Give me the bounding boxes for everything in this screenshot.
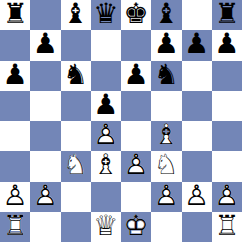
chess-board[interactable]: ♜♝♛♚♝♜♟♟♟♟♟♞♟♞♟♟♙♝♗♞♘♝♗♟♙♞♘♟♙♟♙♟♙♟♙♟♙♜♖♛…	[0, 0, 242, 242]
square-c8[interactable]: ♝	[61, 0, 91, 30]
square-e1[interactable]: ♚♔	[121, 212, 151, 242]
piece-white-pawn-outline-icon: ♙	[214, 182, 239, 210]
piece-white-pawn-icon[interactable]: ♟	[184, 182, 209, 210]
square-b3[interactable]	[30, 151, 60, 181]
piece-black-king-icon[interactable]: ♚	[124, 0, 149, 28]
square-a2[interactable]: ♟♙	[0, 182, 30, 212]
piece-white-pawn-icon[interactable]: ♟	[33, 182, 58, 210]
piece-black-rook-icon[interactable]: ♜	[214, 0, 239, 28]
piece-white-rook-icon[interactable]: ♜	[3, 212, 28, 240]
square-h2[interactable]: ♟♙	[212, 182, 242, 212]
square-g8[interactable]	[182, 0, 212, 30]
square-d1[interactable]: ♛♕	[91, 212, 121, 242]
square-a6[interactable]: ♟	[0, 61, 30, 91]
square-d3[interactable]: ♝♗	[91, 151, 121, 181]
piece-white-pawn-icon[interactable]: ♟	[3, 182, 28, 210]
square-c6[interactable]: ♞	[61, 61, 91, 91]
square-e4[interactable]	[121, 121, 151, 151]
square-a1[interactable]: ♜♖	[0, 212, 30, 242]
square-e3[interactable]: ♟♙	[121, 151, 151, 181]
piece-black-bishop-icon[interactable]: ♝	[154, 0, 179, 28]
square-b6[interactable]	[30, 61, 60, 91]
square-h1[interactable]: ♜♖	[212, 212, 242, 242]
piece-black-pawn-icon[interactable]: ♟	[93, 91, 118, 119]
piece-black-queen-icon[interactable]: ♛	[93, 0, 118, 28]
piece-white-pawn-icon[interactable]: ♟	[154, 182, 179, 210]
piece-white-knight-outline-icon: ♘	[154, 151, 179, 179]
piece-white-bishop-icon[interactable]: ♝	[154, 121, 179, 149]
piece-white-queen-icon[interactable]: ♛	[93, 212, 118, 240]
piece-white-pawn-outline-icon: ♙	[33, 182, 58, 210]
piece-white-king-icon[interactable]: ♚	[124, 212, 149, 240]
piece-black-pawn-icon[interactable]: ♟	[124, 61, 149, 89]
square-c2[interactable]	[61, 182, 91, 212]
square-d6[interactable]	[91, 61, 121, 91]
piece-white-rook-outline-icon: ♖	[3, 212, 28, 240]
square-h6[interactable]	[212, 61, 242, 91]
piece-white-pawn-outline-icon: ♙	[154, 182, 179, 210]
square-f5[interactable]	[151, 91, 181, 121]
piece-white-pawn-outline-icon: ♙	[184, 182, 209, 210]
square-e5[interactable]	[121, 91, 151, 121]
square-h4[interactable]	[212, 121, 242, 151]
square-c3[interactable]: ♞♘	[61, 151, 91, 181]
square-a3[interactable]	[0, 151, 30, 181]
piece-white-knight-icon[interactable]: ♞	[63, 151, 88, 179]
square-e6[interactable]: ♟	[121, 61, 151, 91]
square-g6[interactable]	[182, 61, 212, 91]
square-b7[interactable]: ♟	[30, 30, 60, 60]
square-h3[interactable]	[212, 151, 242, 181]
piece-white-pawn-icon[interactable]: ♟	[124, 151, 149, 179]
square-a8[interactable]: ♜	[0, 0, 30, 30]
piece-white-pawn-icon[interactable]: ♟	[214, 182, 239, 210]
piece-white-queen-outline-icon: ♕	[93, 212, 118, 240]
piece-black-pawn-icon[interactable]: ♟	[33, 30, 58, 58]
square-g1[interactable]	[182, 212, 212, 242]
square-g2[interactable]: ♟♙	[182, 182, 212, 212]
piece-black-knight-icon[interactable]: ♞	[154, 61, 179, 89]
chess-board-window: ♜♝♛♚♝♜♟♟♟♟♟♞♟♞♟♟♙♝♗♞♘♝♗♟♙♞♘♟♙♟♙♟♙♟♙♟♙♜♖♛…	[0, 0, 242, 242]
square-c4[interactable]	[61, 121, 91, 151]
square-h7[interactable]: ♟	[212, 30, 242, 60]
square-a7[interactable]	[0, 30, 30, 60]
square-a5[interactable]	[0, 91, 30, 121]
square-b8[interactable]	[30, 0, 60, 30]
square-d7[interactable]	[91, 30, 121, 60]
piece-white-bishop-icon[interactable]: ♝	[93, 151, 118, 179]
piece-white-knight-outline-icon: ♘	[63, 151, 88, 179]
square-h5[interactable]	[212, 91, 242, 121]
square-d5[interactable]: ♟	[91, 91, 121, 121]
square-a4[interactable]	[0, 121, 30, 151]
square-b4[interactable]	[30, 121, 60, 151]
piece-white-pawn-icon[interactable]: ♟	[93, 121, 118, 149]
square-f7[interactable]: ♟	[151, 30, 181, 60]
piece-white-rook-icon[interactable]: ♜	[214, 212, 239, 240]
square-f3[interactable]: ♞♘	[151, 151, 181, 181]
square-f4[interactable]: ♝♗	[151, 121, 181, 151]
piece-white-rook-outline-icon: ♖	[214, 212, 239, 240]
piece-black-pawn-icon[interactable]: ♟	[184, 30, 209, 58]
square-g5[interactable]	[182, 91, 212, 121]
square-f2[interactable]: ♟♙	[151, 182, 181, 212]
square-b5[interactable]	[30, 91, 60, 121]
piece-white-knight-icon[interactable]: ♞	[154, 151, 179, 179]
piece-black-pawn-icon[interactable]: ♟	[3, 61, 28, 89]
piece-black-knight-icon[interactable]: ♞	[63, 61, 88, 89]
square-g7[interactable]: ♟	[182, 30, 212, 60]
square-d8[interactable]: ♛	[91, 0, 121, 30]
piece-white-pawn-outline-icon: ♙	[93, 121, 118, 149]
square-e7[interactable]	[121, 30, 151, 60]
square-d4[interactable]: ♟♙	[91, 121, 121, 151]
piece-black-pawn-icon[interactable]: ♟	[154, 30, 179, 58]
square-b2[interactable]: ♟♙	[30, 182, 60, 212]
square-e8[interactable]: ♚	[121, 0, 151, 30]
square-c1[interactable]	[61, 212, 91, 242]
square-f1[interactable]	[151, 212, 181, 242]
square-h8[interactable]: ♜	[212, 0, 242, 30]
square-d2[interactable]	[91, 182, 121, 212]
square-g3[interactable]	[182, 151, 212, 181]
square-f6[interactable]: ♞	[151, 61, 181, 91]
piece-black-bishop-icon[interactable]: ♝	[63, 0, 88, 28]
piece-black-rook-icon[interactable]: ♜	[3, 0, 28, 28]
square-e2[interactable]	[121, 182, 151, 212]
piece-white-bishop-outline-icon: ♗	[93, 151, 118, 179]
piece-black-pawn-icon[interactable]: ♟	[214, 30, 239, 58]
piece-white-king-outline-icon: ♔	[124, 212, 149, 240]
square-c5[interactable]	[61, 91, 91, 121]
square-f8[interactable]: ♝	[151, 0, 181, 30]
square-g4[interactable]	[182, 121, 212, 151]
square-b1[interactable]	[30, 212, 60, 242]
piece-white-bishop-outline-icon: ♗	[154, 121, 179, 149]
square-c7[interactable]	[61, 30, 91, 60]
piece-white-pawn-outline-icon: ♙	[124, 151, 149, 179]
piece-white-pawn-outline-icon: ♙	[3, 182, 28, 210]
